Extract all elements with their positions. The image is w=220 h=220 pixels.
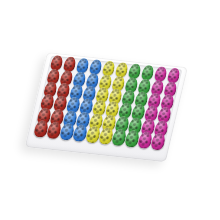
product-photo bbox=[0, 0, 220, 220]
egg-grid bbox=[32, 56, 182, 150]
tray-pocket bbox=[166, 68, 182, 83]
tray-well-area bbox=[32, 56, 182, 150]
tray-pocket bbox=[150, 135, 166, 150]
egg-tray bbox=[25, 52, 188, 162]
